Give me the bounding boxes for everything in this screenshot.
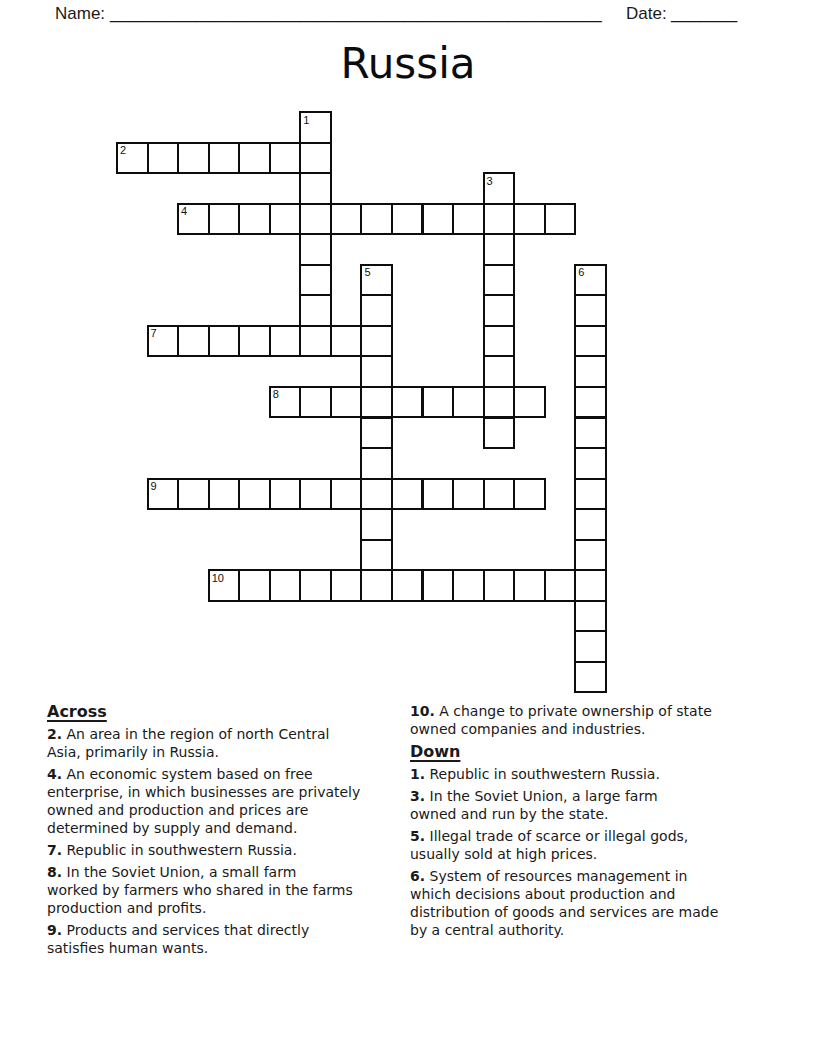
clue-text: An economic system based on free enterpr…	[47, 766, 360, 836]
grid-cell-r9c8[interactable]	[360, 386, 393, 419]
clue-num-label: 3.	[410, 788, 425, 804]
grid-cell-r15c12[interactable]	[483, 569, 516, 602]
clue-num-label: 2.	[47, 726, 62, 742]
down-heading-label: Down	[410, 742, 460, 761]
across-heading-label: Across	[47, 702, 107, 721]
clue-num-label: 4.	[47, 766, 62, 782]
grid-cell-r9c12[interactable]	[483, 386, 516, 419]
grid-cell-r6c8[interactable]	[360, 294, 393, 327]
clue-text: Products and services that directly sati…	[47, 922, 309, 956]
clue-num-label: 7.	[47, 842, 62, 858]
grid-cell-r12c7[interactable]	[330, 478, 363, 511]
grid-cell-r12c12[interactable]	[483, 478, 516, 511]
grid-cell-r15c3[interactable]	[208, 569, 241, 602]
grid-cell-r3c10[interactable]	[422, 203, 455, 236]
grid-cell-r2c12[interactable]	[483, 172, 516, 205]
grid-cell-r1c4[interactable]	[238, 142, 271, 175]
grid-cell-r7c3[interactable]	[208, 325, 241, 358]
grid-cell-r3c12[interactable]	[483, 203, 516, 236]
grid-cell-r12c1[interactable]	[147, 478, 180, 511]
grid-cell-r9c10[interactable]	[422, 386, 455, 419]
name-write-line[interactable]: ________________________________________…	[110, 4, 602, 24]
grid-cell-r7c7[interactable]	[330, 325, 363, 358]
grid-cell-r7c8[interactable]	[360, 325, 393, 358]
grid-cell-r13c15[interactable]	[574, 508, 607, 541]
clue-text: An area in the region of north Central A…	[47, 726, 329, 760]
grid-cell-r12c2[interactable]	[177, 478, 210, 511]
grid-cell-r9c9[interactable]	[391, 386, 424, 419]
grid-cell-r7c5[interactable]	[269, 325, 302, 358]
grid-cell-r1c3[interactable]	[208, 142, 241, 175]
clue-text: Republic in southwestern Russia.	[430, 766, 660, 782]
grid-cell-r15c14[interactable]	[544, 569, 577, 602]
grid-cell-r15c13[interactable]	[513, 569, 546, 602]
grid-cell-r16c15[interactable]	[574, 600, 607, 633]
grid-cell-r12c13[interactable]	[513, 478, 546, 511]
clue-down-6: 6. System of resources management in whi…	[410, 867, 780, 939]
grid-cell-r12c5[interactable]	[269, 478, 302, 511]
grid-cell-r5c12[interactable]	[483, 264, 516, 297]
grid-cell-r15c5[interactable]	[269, 569, 302, 602]
grid-cell-r8c8[interactable]	[360, 355, 393, 388]
clue-text: System of resources management in which …	[410, 868, 718, 938]
grid-cell-r10c8[interactable]	[360, 417, 393, 450]
clue-across-2: 2. An area in the region of north Centra…	[47, 725, 413, 761]
grid-cell-r3c6[interactable]	[299, 203, 332, 236]
grid-cell-r7c15[interactable]	[574, 325, 607, 358]
grid-cell-r1c6[interactable]	[299, 142, 332, 175]
clue-down-3: 3. In the Soviet Union, a large farm own…	[410, 787, 780, 823]
clue-text: Illegal trade of scarce or illegal gods,…	[410, 828, 688, 862]
grid-cell-r3c14[interactable]	[544, 203, 577, 236]
grid-cell-r15c6[interactable]	[299, 569, 332, 602]
clue-across-8: 8. In the Soviet Union, a small farm wor…	[47, 863, 413, 917]
grid-cell-r15c8[interactable]	[360, 569, 393, 602]
grid-cell-r11c8[interactable]	[360, 447, 393, 480]
grid-cell-r0c6[interactable]	[299, 111, 332, 144]
grid-cell-r1c2[interactable]	[177, 142, 210, 175]
grid-cell-r3c13[interactable]	[513, 203, 546, 236]
grid-cell-r1c5[interactable]	[269, 142, 302, 175]
page-title: Russia	[0, 41, 816, 87]
clue-num-label: 1.	[410, 766, 425, 782]
grid-cell-r15c7[interactable]	[330, 569, 363, 602]
grid-cell-r9c7[interactable]	[330, 386, 363, 419]
grid-cell-r3c4[interactable]	[238, 203, 271, 236]
grid-cell-r15c9[interactable]	[391, 569, 424, 602]
clue-num-label: 8.	[47, 864, 62, 880]
grid-cell-r3c3[interactable]	[208, 203, 241, 236]
grid-cell-r18c15[interactable]	[574, 661, 607, 694]
grid-cell-r12c11[interactable]	[452, 478, 485, 511]
grid-cell-r5c6[interactable]	[299, 264, 332, 297]
grid-cell-r3c9[interactable]	[391, 203, 424, 236]
clue-num-label: 9.	[47, 922, 62, 938]
clue-down-5: 5. Illegal trade of scarce or illegal go…	[410, 827, 780, 863]
date-label: Date:	[626, 4, 667, 24]
clue-across-10: 10. A change to private ownership of sta…	[410, 702, 780, 738]
grid-cell-r9c5[interactable]	[269, 386, 302, 419]
grid-cell-r7c4[interactable]	[238, 325, 271, 358]
grid-cell-r12c9[interactable]	[391, 478, 424, 511]
down-heading: Down	[410, 742, 780, 761]
grid-cell-r9c13[interactable]	[513, 386, 546, 419]
grid-cell-r10c12[interactable]	[483, 417, 516, 450]
grid-cell-r17c15[interactable]	[574, 630, 607, 663]
clue-text: In the Soviet Union, a large farm owned …	[410, 788, 658, 822]
grid-cell-r3c2[interactable]	[177, 203, 210, 236]
grid-cell-r8c12[interactable]	[483, 355, 516, 388]
clue-across-4: 4. An economic system based on free ente…	[47, 765, 413, 837]
clue-num-label: 6.	[410, 868, 425, 884]
date-write-line[interactable]: _______	[671, 4, 737, 24]
grid-cell-r3c5[interactable]	[269, 203, 302, 236]
grid-cell-r9c11[interactable]	[452, 386, 485, 419]
grid-cell-r11c15[interactable]	[574, 447, 607, 480]
grid-cell-r15c15[interactable]	[574, 569, 607, 602]
clue-num-label: 10.	[410, 703, 435, 719]
clue-num-label: 5.	[410, 828, 425, 844]
grid-cell-r12c8[interactable]	[360, 478, 393, 511]
grid-cell-r12c6[interactable]	[299, 478, 332, 511]
grid-cell-r7c6[interactable]	[299, 325, 332, 358]
grid-cell-r3c11[interactable]	[452, 203, 485, 236]
name-label: Name:	[55, 4, 105, 24]
clues-column-left: Across2. An area in the region of north …	[47, 702, 413, 961]
grid-cell-r4c6[interactable]	[299, 233, 332, 266]
clues-column-right: 10. A change to private ownership of sta…	[410, 702, 780, 943]
grid-cell-r1c0[interactable]	[116, 142, 149, 175]
clue-across-7: 7. Republic in southwestern Russia.	[47, 841, 413, 859]
grid-cell-r1c1[interactable]	[147, 142, 180, 175]
grid-cell-r14c8[interactable]	[360, 539, 393, 572]
grid-cell-r8c15[interactable]	[574, 355, 607, 388]
grid-cell-r9c6[interactable]	[299, 386, 332, 419]
grid-cell-r15c4[interactable]	[238, 569, 271, 602]
grid-cell-r6c12[interactable]	[483, 294, 516, 327]
grid-cell-r13c8[interactable]	[360, 508, 393, 541]
grid-cell-r14c15[interactable]	[574, 539, 607, 572]
grid-cell-r6c6[interactable]	[299, 294, 332, 327]
clue-text: In the Soviet Union, a small farm worked…	[47, 864, 353, 916]
grid-cell-r5c15[interactable]	[574, 264, 607, 297]
grid-cell-r3c7[interactable]	[330, 203, 363, 236]
grid-cell-r12c10[interactable]	[422, 478, 455, 511]
grid-cell-r7c12[interactable]	[483, 325, 516, 358]
grid-cell-r12c4[interactable]	[238, 478, 271, 511]
across-heading: Across	[47, 702, 413, 721]
grid-cell-r7c1[interactable]	[147, 325, 180, 358]
grid-cell-r5c8[interactable]	[360, 264, 393, 297]
grid-cell-r12c15[interactable]	[574, 478, 607, 511]
grid-cell-r3c8[interactable]	[360, 203, 393, 236]
clue-down-1: 1. Republic in southwestern Russia.	[410, 765, 780, 783]
grid-cell-r4c12[interactable]	[483, 233, 516, 266]
grid-cell-r6c15[interactable]	[574, 294, 607, 327]
grid-cell-r7c2[interactable]	[177, 325, 210, 358]
grid-cell-r15c10[interactable]	[422, 569, 455, 602]
grid-cell-r9c15[interactable]	[574, 386, 607, 419]
grid-cell-r15c11[interactable]	[452, 569, 485, 602]
clue-text: A change to private ownership of state o…	[410, 703, 712, 737]
clue-across-9: 9. Products and services that directly s…	[47, 921, 413, 957]
grid-cell-r12c3[interactable]	[208, 478, 241, 511]
clue-text: Republic in southwestern Russia.	[67, 842, 297, 858]
grid-cell-r2c6[interactable]	[299, 172, 332, 205]
grid-cell-r10c15[interactable]	[574, 417, 607, 450]
worksheet-page: Name: __________________________________…	[0, 0, 816, 1056]
